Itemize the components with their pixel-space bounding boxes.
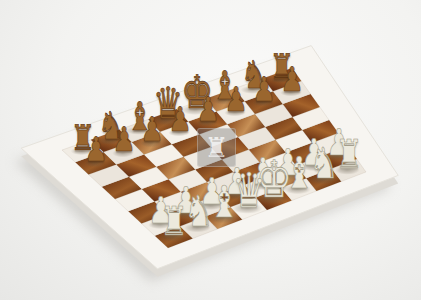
piece-brown-pawn-f7[interactable]: ♟ [224, 83, 248, 117]
piece-white-rook-h1[interactable]: ♜ [335, 135, 363, 175]
piece-brown-pawn-a7[interactable]: ♟ [84, 134, 108, 168]
piece-brown-pawn-c7[interactable]: ♟ [140, 113, 164, 147]
piece-brown-pawn-b7[interactable]: ♟ [112, 123, 136, 157]
piece-brown-pawn-g7[interactable]: ♟ [252, 73, 276, 107]
piece-brown-pawn-h7[interactable]: ♟ [280, 63, 304, 97]
piece-white-rook-a1[interactable]: ♜ [160, 202, 188, 242]
photo-backdrop: ♜♞♟♝♟♚♟♛♟♝♟♞♟♜♟♟♟♟♜♟♞♟♝♟♚♟♛♟♝♟♞♜ ♜ [0, 0, 421, 300]
piece-brown-pawn-d7[interactable]: ♟ [168, 103, 192, 137]
piece-white-knight-b1[interactable]: ♞ [184, 190, 214, 233]
piece-brown-pawn-e7[interactable]: ♟ [196, 93, 220, 127]
